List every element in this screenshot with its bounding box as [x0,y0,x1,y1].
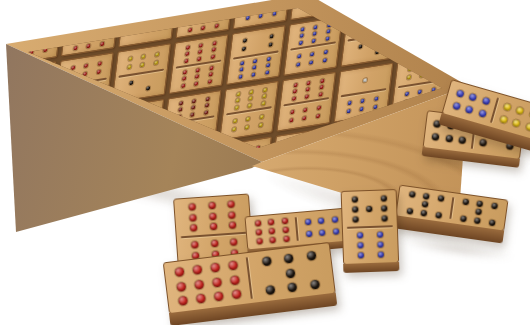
box-domino-blue6-purple3 [347,0,407,11]
pip-blue [481,33,485,38]
pip-red [465,57,469,62]
pip-purple [382,24,386,29]
pip-yellow [261,101,265,106]
pip-red [187,27,191,32]
pip-purple [386,0,390,1]
domino-face [341,189,400,265]
pip-red [303,107,307,112]
pip-yellow [141,54,145,59]
tile-divider [462,14,508,23]
tile-divider [455,70,501,79]
pip-yellow [246,116,250,121]
pip-yellow [153,61,157,66]
pip-blue [482,24,486,29]
pip-red [209,212,216,219]
pip-red [210,54,214,59]
pip-black [351,196,357,202]
pip-blue [427,13,431,18]
domino-half-purple-3 [350,0,402,9]
pip-red [34,14,38,19]
domino-half-blue-6 [457,16,509,47]
pip-red [214,291,224,301]
pip-black [146,86,150,91]
pip-red [184,58,188,63]
pip-teal [2,164,6,169]
pip-blue [358,242,364,248]
pip-maroon [192,98,196,103]
pip-red [292,89,296,94]
pip-red [194,81,198,86]
pip-blue [239,67,243,72]
pip-blue [377,252,383,258]
pip-blue [313,25,317,30]
pip-black [269,34,273,39]
pip-blue [373,105,377,110]
pip-blue [322,58,326,63]
pip-red [283,236,290,243]
pip-blue [347,100,351,105]
pip-maroon [178,101,182,106]
box-domino-blue6-blue6 [455,0,515,49]
domino-side-edge [343,262,399,273]
pip-red [194,279,204,289]
pip-black [491,202,498,209]
pip-black [139,0,143,4]
pip-black [352,216,358,222]
pip-red [192,265,202,275]
domino-half-red-6 [454,47,506,78]
pip-yellow [434,62,438,67]
pip-blue [377,242,383,248]
pip-purple [424,38,428,43]
pip-red [19,23,23,28]
pip-blue [468,26,472,31]
pip-red [96,70,100,75]
pip-red [209,65,213,70]
pip-purple [411,33,415,38]
pip-red [97,61,101,66]
pip-red [488,82,492,87]
pip-red [45,25,49,30]
pip-red [490,62,494,67]
pip-black [358,44,362,49]
pip-black [265,285,275,295]
pip-yellow [503,103,512,112]
pip-black [435,211,442,218]
pip-blue [251,181,255,186]
pip-purple [436,42,440,47]
pip-black [380,195,386,201]
pip-red [77,9,81,14]
pip-blue [238,177,242,182]
pip-red [316,105,320,110]
domino-half-red-9 [9,8,61,39]
pip-red [232,289,242,299]
pip-blue [265,70,269,75]
pip-black [475,208,482,215]
domino-7-6[interactable] [341,189,400,273]
pip-yellow [154,52,158,57]
pip-black [474,217,481,224]
pip-yellow [245,125,249,130]
pip-red [289,118,293,123]
pip-blue [485,0,489,4]
pip-blue [377,232,383,238]
pip-black [458,137,466,145]
pip-black [479,139,487,147]
pip-blue [497,6,501,11]
pip-red [214,23,218,28]
pip-yellow [127,65,131,70]
pip-blue [471,2,475,7]
pip-teal [10,208,14,213]
pip-black [287,282,297,292]
pip-teal [9,217,13,222]
pip-black [241,47,245,52]
pip-blue [374,96,378,101]
pip-red [181,76,185,81]
pip-white [363,78,367,83]
pip-black [381,215,387,221]
pip-red [209,223,216,230]
pip-blue [404,91,408,96]
pip-blue [318,218,325,225]
pip-blue [331,216,338,223]
pip-yellow [231,127,235,132]
domino-half-blue-6 [296,210,346,244]
pip-blue [346,109,350,114]
pip-teal [3,155,7,160]
pip-blue [323,49,327,54]
pip-blue [253,58,257,63]
domino-half-blue-6 [344,227,397,263]
pip-red [269,237,276,244]
pip-blue [266,56,270,61]
domino-half-blue-9 [403,0,455,31]
pip-black [460,215,467,222]
pip-blue [358,252,364,258]
pip-yellow [248,96,252,101]
pip-red [211,240,218,247]
pip-black [310,279,320,289]
pip-blue [359,107,363,112]
pip-red [228,261,238,271]
pip-black [409,190,416,197]
pip-red [175,267,185,277]
domino-half-red-12 [165,254,251,312]
pip-yellow [140,63,144,68]
pip-red [464,66,468,71]
pip-black [129,80,133,85]
pip-teal [0,211,1,216]
pip-red [208,72,212,77]
pip-red [477,64,481,69]
domino-half-black-7 [343,191,396,227]
domino-half-red-9 [247,214,297,248]
pip-red [228,200,235,207]
domino-half-red-6 [66,0,118,29]
pip-blue [439,18,443,23]
pip-red [211,47,215,52]
pip-black [423,192,430,199]
domino-half-red-9 [175,196,249,237]
pip-red [318,92,322,97]
pip-red [195,74,199,79]
pip-blue [495,22,499,27]
pip-red [229,222,236,229]
pip-black [421,209,428,216]
pip-purple [384,16,388,21]
box-domino-black4-blue9 [226,25,286,85]
pip-red [208,202,215,209]
pip-yellow [234,105,238,110]
pip-blue [413,22,417,27]
pip-blue [441,4,445,9]
domino-half-blue-6 [460,0,512,22]
pip-blue [300,27,304,32]
pip-blue [245,16,249,21]
pip-teal [0,183,4,188]
pip-red [254,220,261,227]
box-domino-red9-red6 [276,72,336,132]
pip-red [201,25,205,30]
pip-red [190,224,197,231]
pip-blue [470,11,474,16]
pip-red [489,76,493,81]
pip-red [305,94,309,99]
domino-half-black-7 [247,244,333,302]
box-domino-blue9-purple3 [398,0,458,58]
pip-red [204,0,208,5]
pip-black [462,198,469,205]
pip-maroon [204,103,208,108]
pip-blue [272,12,276,17]
pip-black [284,254,294,264]
pip-black [381,205,387,211]
box-domino-yellow9-yellow6 [219,81,279,141]
pip-blue [312,31,316,36]
pip-blue [494,31,498,36]
pip-black [156,6,160,11]
pip-black [437,195,444,202]
pip-red [320,78,324,83]
pip-red [176,281,186,291]
pip-blue [238,74,242,79]
pip-yellow [406,75,410,80]
pip-yellow [232,118,236,123]
pip-yellow [499,115,508,124]
pip-red [282,227,289,234]
pip-blue [258,14,262,19]
pip-black [366,206,372,212]
pip-blue [326,29,330,34]
pip-red [207,79,211,84]
domino-half-purple-3 [400,25,452,56]
pip-red [190,2,194,7]
pip-blue [295,63,299,68]
pip-red [269,228,276,235]
pip-red [230,238,237,245]
pip-blue [452,102,461,111]
pip-blue [414,15,418,20]
pip-red [181,83,185,88]
pip-blue [478,109,487,118]
pip-blue [360,98,364,103]
pip-black [261,257,271,267]
pip-red [6,130,10,135]
pip-blue [251,72,255,77]
pip-yellow [236,91,240,96]
pip-blue [304,219,311,226]
pip-red [212,41,216,46]
pip-black [476,200,483,207]
pip-red [189,214,196,221]
pip-yellow [258,123,262,128]
pip-red [475,78,479,83]
pip-red [182,70,186,75]
pip-maroon [190,112,194,117]
pip-red [228,211,235,218]
scene [0,0,530,325]
pip-yellow [259,114,263,119]
pip-blue [440,11,444,16]
pip-red [5,139,9,144]
pip-red [281,218,288,225]
pip-blue [465,105,474,114]
pip-blue [484,8,488,13]
pip-red [47,12,51,17]
pip-blue [319,230,326,237]
pip-red [103,14,107,19]
pip-red [302,116,306,121]
pip-blue [309,60,313,65]
pip-yellow [128,56,132,61]
pip-maroon [205,96,209,101]
pip-red [291,96,295,101]
pip-red [184,51,188,56]
pip-black [306,251,316,261]
pip-blue [310,52,314,57]
pip-yellow [262,94,266,99]
pip-black [432,133,440,141]
pip-maroon [203,110,207,115]
pip-yellow [247,103,251,108]
pip-red [319,85,323,90]
pip-red [185,45,189,50]
pip-red [197,56,201,61]
pip-blue [357,232,363,238]
pip-blue [414,8,418,13]
pip-black [268,43,272,48]
pip-red [478,55,482,60]
pip-red [46,19,50,24]
box-domino-red6-blue9 [405,0,465,2]
box-domino-red9-red9 [169,34,229,94]
pip-blue [418,89,422,94]
pip-black [488,219,495,226]
pip-blue [455,89,464,98]
pip-black [422,201,429,208]
pip-red [491,53,495,58]
pip-black [406,207,413,214]
pip-black [445,135,453,143]
pip-red [104,5,108,10]
pip-red [100,41,104,46]
pip-yellow [512,119,521,128]
pip-red [199,43,203,48]
pip-blue [240,60,244,65]
pip-blue [332,228,339,235]
pip-blue [325,36,329,41]
tile-divider [405,23,451,32]
pip-blue [299,33,303,38]
pip-red [91,7,95,12]
pip-maroon [178,107,182,112]
pip-red [198,49,202,54]
pip-red [210,263,220,273]
pip-blue [265,63,269,68]
pip-red [73,45,77,50]
pip-red [196,293,206,303]
pip-red [32,28,36,33]
pip-blue [428,6,432,11]
pip-red [178,296,188,306]
pip-red [90,16,94,21]
pip-blue [426,20,430,25]
pip-red [255,229,262,236]
pip-red [212,277,222,287]
pip-red [19,30,23,35]
pip-maroon [191,105,195,110]
pip-black [242,38,246,43]
pip-blue [305,231,312,238]
pip-blue [298,40,302,45]
pip-teal [0,197,3,202]
pip-blue [312,38,316,43]
pip-blue [468,93,477,102]
pip-red [188,203,195,210]
pip-blue [481,97,490,106]
pip-red [196,67,200,72]
pip-black [352,206,358,212]
pip-red [306,80,310,85]
pip-yellow [516,106,525,115]
pip-blue [498,0,502,2]
pip-red [20,16,24,21]
pip-yellow [249,89,253,94]
pip-red [33,21,37,26]
pip-red [191,241,198,248]
pip-black [285,268,295,278]
pip-blue [467,35,471,40]
pip-red [86,43,90,48]
pip-red [217,0,221,3]
pip-blue [297,54,301,59]
pip-teal [0,190,3,195]
pip-red [293,82,297,87]
pip-red [290,109,294,114]
pip-red [315,114,319,119]
pip-yellow [235,98,239,103]
pip-red [84,63,88,68]
pip-yellow [525,123,530,132]
pip-red [76,18,80,23]
pip-blue [252,65,256,70]
pip-red [256,238,263,245]
pip-red [306,87,310,92]
pip-red [70,65,74,70]
pip-red [268,219,275,226]
